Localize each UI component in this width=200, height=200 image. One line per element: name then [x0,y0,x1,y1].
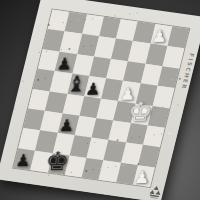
black-king-piece[interactable]: ♚ [45,148,71,174]
board-brand-text: FISCHER [180,53,195,90]
square-h7[interactable] [162,46,184,68]
playing-area: ♟♟♝♟♟♚♟♟♚♟ [13,10,189,187]
white-king-piece[interactable]: ♚ [128,98,154,124]
square-h3[interactable] [143,125,165,147]
black-pawn-piece[interactable]: ♟ [56,56,73,73]
film-grain-dot [129,13,130,14]
square-h2[interactable] [138,145,160,167]
black-pawn-piece[interactable]: ♟ [85,80,102,97]
white-pawn-piece[interactable]: ♟ [134,169,151,186]
chessboard-photo: ♟♟♝♟♟♚♟♟♚♟ FISCHER [0,0,200,200]
film-grain-dot [30,80,31,81]
black-pawn-piece[interactable]: ♟ [58,117,75,134]
film-grain-dot [122,14,123,15]
film-grain-dot [31,53,32,54]
film-grain-dot [13,108,14,109]
chess-board: ♟♟♝♟♟♚♟♟♚♟ FISCHER [0,0,200,200]
film-grain-dot [168,132,170,134]
film-grain-dot [39,52,40,53]
film-grain-dot [177,105,178,106]
square-c1[interactable]: ♚ [48,153,70,175]
square-g4[interactable]: ♚ [131,103,153,125]
black-pawn-piece[interactable]: ♟ [14,152,31,169]
square-h5[interactable] [152,86,174,108]
white-pawn-piece[interactable]: ♟ [151,28,168,45]
square-h6[interactable] [157,66,179,88]
triangle-crown-logo-icon [147,184,163,200]
film-grain-dot [179,78,181,80]
square-h8[interactable] [167,26,189,48]
film-grain-dot [137,12,138,13]
film-grain-dot [22,81,23,82]
film-grain-dot [114,15,115,16]
